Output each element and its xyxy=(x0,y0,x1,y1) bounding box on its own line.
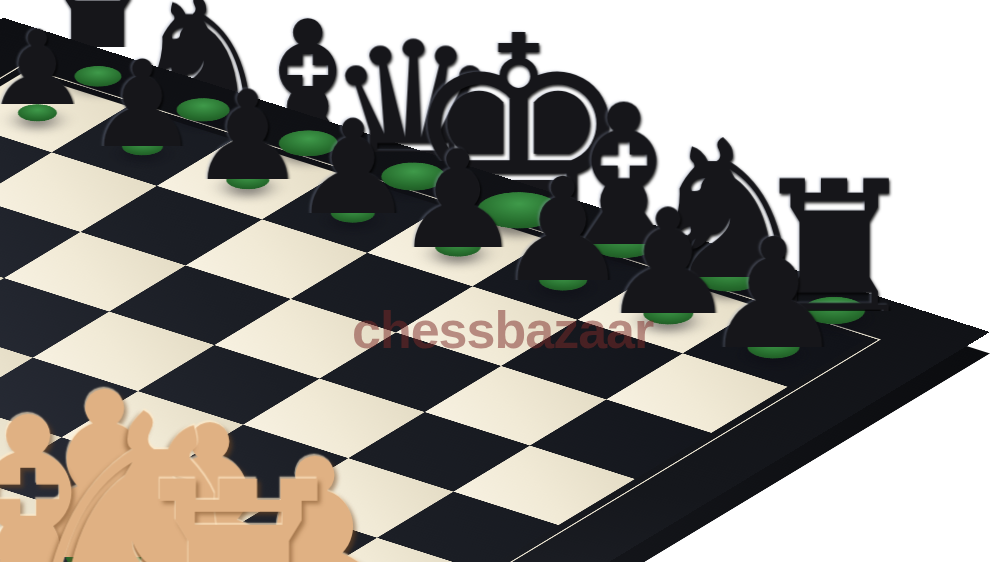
photo-canvas: ♜♞♝♛♚♝♞♜♟♟♟♟♟♟♟♟♟♟♟♝♞♜ chessbazaar xyxy=(0,0,1000,562)
board-surface: ♜♞♝♛♚♝♞♜♟♟♟♟♟♟♟♟♟♟♟♝♞♜ xyxy=(0,18,990,562)
watermark-text: chessbazaar xyxy=(352,300,653,360)
chess-board: ♜♞♝♛♚♝♞♜♟♟♟♟♟♟♟♟♟♟♟♝♞♜ xyxy=(0,18,990,562)
white-rook-glyph: ♜ xyxy=(113,446,364,562)
white-rook: ♜ xyxy=(71,390,407,562)
black-pawn: ♟ xyxy=(676,185,870,347)
